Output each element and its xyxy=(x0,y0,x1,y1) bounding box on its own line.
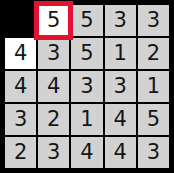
grid-cell[interactable]: 5 xyxy=(71,5,102,36)
grid-cell[interactable]: 3 xyxy=(38,38,69,69)
grid-cell[interactable]: 3 xyxy=(71,71,102,102)
grid-cell[interactable]: 4 xyxy=(5,38,36,69)
grid-cell[interactable]: 1 xyxy=(71,104,102,135)
grid-cell[interactable]: 2 xyxy=(138,38,169,69)
grid-cell[interactable]: 1 xyxy=(138,71,169,102)
grid-cell-shaded[interactable] xyxy=(5,5,36,36)
grid-cell[interactable]: 2 xyxy=(5,137,36,168)
grid-cell[interactable]: 3 xyxy=(5,104,36,135)
hitori-board: 553343512443313214523443 xyxy=(0,0,174,173)
grid-cell[interactable]: 2 xyxy=(38,104,69,135)
grid-cell[interactable]: 5 xyxy=(138,104,169,135)
grid-cell[interactable]: 5 xyxy=(71,38,102,69)
grid-cell[interactable]: 3 xyxy=(38,137,69,168)
grid-cell[interactable]: 3 xyxy=(105,5,136,36)
grid-cell[interactable]: 4 xyxy=(71,137,102,168)
grid-cell[interactable]: 3 xyxy=(105,71,136,102)
grid-cell[interactable]: 4 xyxy=(38,71,69,102)
grid-cell[interactable]: 4 xyxy=(105,104,136,135)
grid-cell[interactable]: 3 xyxy=(138,137,169,168)
grid-cell[interactable]: 4 xyxy=(105,137,136,168)
grid-cell-cursor[interactable]: 5 xyxy=(38,5,69,36)
grid-cell[interactable]: 1 xyxy=(105,38,136,69)
grid-cell[interactable]: 3 xyxy=(138,5,169,36)
grid-cell[interactable]: 4 xyxy=(5,71,36,102)
